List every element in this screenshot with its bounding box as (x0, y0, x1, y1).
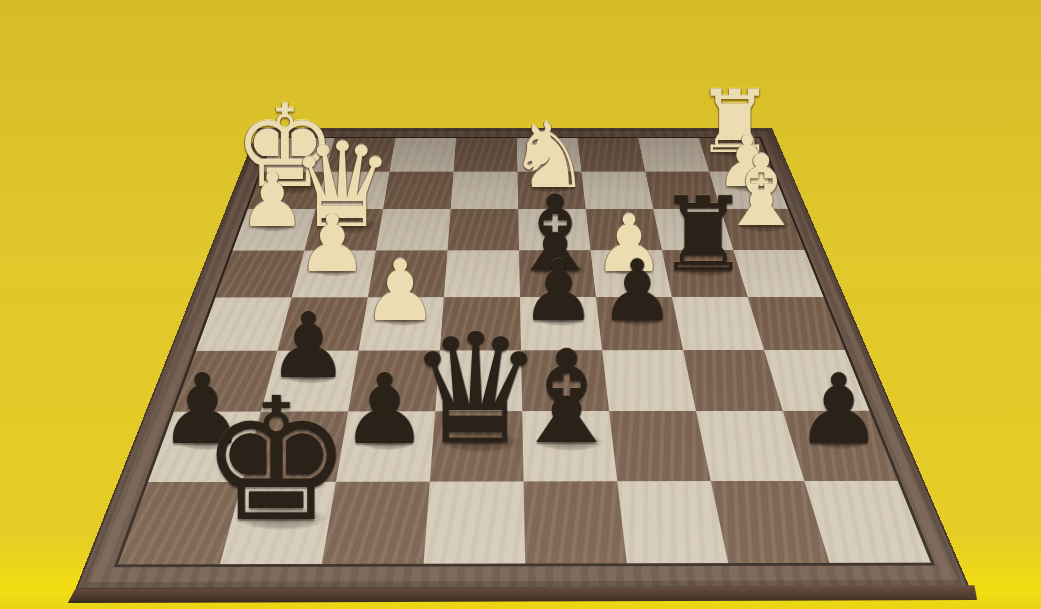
square-a5[interactable] (748, 297, 845, 350)
piece-black-king-g8[interactable]: ♚ (200, 376, 352, 546)
piece-black-pawn-a7[interactable]: ♟ (795, 361, 882, 458)
square-h4[interactable] (215, 251, 304, 298)
square-c8[interactable] (617, 481, 728, 563)
square-f1[interactable] (390, 138, 457, 171)
piece-white-pawn-g4[interactable]: ♟ (297, 204, 368, 283)
square-c7[interactable] (609, 411, 711, 481)
square-e8[interactable] (424, 481, 526, 563)
chess-app-background: ♜♚♞♟♟♛♝♟♝♟♜♟♟♟♟♟♟♛♝♟♚ (0, 0, 1041, 609)
square-d8[interactable] (524, 481, 627, 563)
piece-black-bishop-d7[interactable]: ♝ (509, 334, 624, 463)
piece-black-pawn-c5[interactable]: ♟ (599, 249, 675, 333)
